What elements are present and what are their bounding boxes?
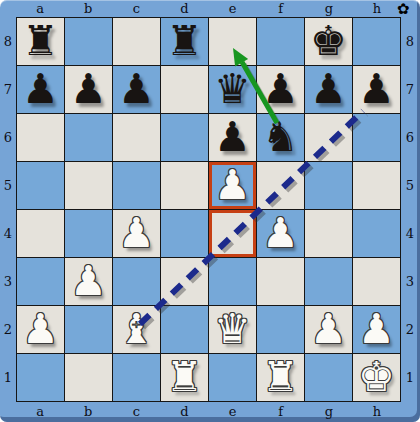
square-h1[interactable]: ♚ — [353, 354, 400, 401]
rank-label-6: 6 — [401, 113, 419, 161]
piece-black-queen: ♛ — [214, 69, 251, 110]
piece-white-pawn: ♟ — [118, 213, 155, 254]
rank-label-8: 8 — [0, 17, 16, 65]
square-c3[interactable] — [113, 258, 160, 305]
square-f1[interactable]: ♜ — [257, 354, 304, 401]
file-label-c: c — [112, 402, 160, 421]
square-a4[interactable] — [17, 210, 64, 257]
square-g7[interactable]: ♟ — [305, 66, 352, 113]
file-labels-top: abcdefgh — [16, 0, 401, 17]
square-b4[interactable] — [65, 210, 112, 257]
square-g5[interactable] — [305, 162, 352, 209]
square-c8[interactable] — [113, 18, 160, 65]
square-e6[interactable]: ♟ — [209, 114, 256, 161]
square-b5[interactable] — [65, 162, 112, 209]
piece-black-rook: ♜ — [166, 21, 203, 62]
rank-labels-left: 87654321 — [0, 17, 16, 402]
square-d7[interactable] — [161, 66, 208, 113]
square-d1[interactable]: ♜ — [161, 354, 208, 401]
file-label-h: h — [353, 402, 401, 421]
square-h2[interactable]: ♟ — [353, 306, 400, 353]
file-label-e: e — [209, 0, 257, 17]
square-f5[interactable] — [257, 162, 304, 209]
rank-label-7: 7 — [401, 65, 419, 113]
file-label-e: e — [209, 402, 257, 421]
square-a7[interactable]: ♟ — [17, 66, 64, 113]
piece-black-pawn: ♟ — [262, 69, 299, 110]
square-g1[interactable] — [305, 354, 352, 401]
rank-label-5: 5 — [0, 161, 16, 209]
square-d6[interactable] — [161, 114, 208, 161]
square-e7[interactable]: ♛ — [209, 66, 256, 113]
square-b1[interactable] — [65, 354, 112, 401]
rank-label-2: 2 — [0, 306, 16, 354]
file-labels-bottom: abcdefgh — [16, 402, 401, 421]
file-label-a: a — [16, 402, 64, 421]
square-h3[interactable] — [353, 258, 400, 305]
chess-board-frame: abcdefgh abcdefgh 87654321 87654321 ✿ ♜♜… — [0, 0, 420, 422]
square-d2[interactable] — [161, 306, 208, 353]
piece-black-pawn: ♟ — [70, 69, 107, 110]
square-e5[interactable]: ♟ — [209, 162, 256, 209]
square-e1[interactable] — [209, 354, 256, 401]
piece-black-king: ♚ — [310, 21, 347, 62]
square-c5[interactable] — [113, 162, 160, 209]
piece-white-rook: ♜ — [166, 357, 203, 398]
square-f4[interactable]: ♟ — [257, 210, 304, 257]
square-f2[interactable] — [257, 306, 304, 353]
square-c4[interactable]: ♟ — [113, 210, 160, 257]
square-a1[interactable] — [17, 354, 64, 401]
rank-label-3: 3 — [401, 258, 419, 306]
rank-label-5: 5 — [401, 161, 419, 209]
rank-label-1: 1 — [0, 354, 16, 402]
square-a2[interactable]: ♟ — [17, 306, 64, 353]
square-a5[interactable] — [17, 162, 64, 209]
piece-white-pawn: ♟ — [214, 165, 251, 206]
square-h4[interactable] — [353, 210, 400, 257]
file-label-f: f — [257, 0, 305, 17]
rank-labels-right: 87654321 — [401, 17, 419, 402]
square-h8[interactable] — [353, 18, 400, 65]
piece-white-pawn: ♟ — [70, 261, 107, 302]
square-c6[interactable] — [113, 114, 160, 161]
rank-label-1: 1 — [401, 354, 419, 402]
file-label-h: h — [353, 0, 401, 17]
piece-white-pawn: ♟ — [262, 213, 299, 254]
piece-black-rook: ♜ — [22, 21, 59, 62]
square-c7[interactable]: ♟ — [113, 66, 160, 113]
rank-label-8: 8 — [401, 17, 419, 65]
square-c2[interactable]: ♝ — [113, 306, 160, 353]
file-label-b: b — [64, 0, 112, 17]
rank-label-4: 4 — [0, 210, 16, 258]
piece-white-king: ♚ — [358, 357, 395, 398]
square-h6[interactable] — [353, 114, 400, 161]
square-g3[interactable] — [305, 258, 352, 305]
file-label-d: d — [160, 0, 208, 17]
square-b8[interactable] — [65, 18, 112, 65]
chess-board: ♜♜♚♟♟♟♛♟♟♟♟♞♟♟♟♟♟♝♛♟♟♜♜♚ — [16, 17, 401, 402]
square-e2[interactable]: ♛ — [209, 306, 256, 353]
piece-black-pawn: ♟ — [214, 117, 251, 158]
file-label-g: g — [305, 402, 353, 421]
rank-label-4: 4 — [401, 210, 419, 258]
file-label-c: c — [112, 0, 160, 17]
rank-label-2: 2 — [401, 306, 419, 354]
square-c1[interactable] — [113, 354, 160, 401]
square-a3[interactable] — [17, 258, 64, 305]
square-f7[interactable]: ♟ — [257, 66, 304, 113]
square-b6[interactable] — [65, 114, 112, 161]
piece-black-knight: ♞ — [262, 117, 299, 158]
square-g4[interactable] — [305, 210, 352, 257]
piece-white-pawn: ♟ — [22, 309, 59, 350]
file-label-a: a — [16, 0, 64, 17]
piece-white-bishop: ♝ — [118, 309, 155, 350]
piece-white-rook: ♜ — [262, 357, 299, 398]
piece-black-pawn: ♟ — [358, 69, 395, 110]
square-f3[interactable] — [257, 258, 304, 305]
file-label-d: d — [160, 402, 208, 421]
square-h7[interactable]: ♟ — [353, 66, 400, 113]
file-label-f: f — [257, 402, 305, 421]
square-e8[interactable] — [209, 18, 256, 65]
square-f8[interactable] — [257, 18, 304, 65]
square-f6[interactable]: ♞ — [257, 114, 304, 161]
piece-black-pawn: ♟ — [310, 69, 347, 110]
piece-white-queen: ♛ — [214, 309, 251, 350]
square-a8[interactable]: ♜ — [17, 18, 64, 65]
square-h5[interactable] — [353, 162, 400, 209]
square-e3[interactable] — [209, 258, 256, 305]
square-b3[interactable]: ♟ — [65, 258, 112, 305]
square-g2[interactable]: ♟ — [305, 306, 352, 353]
file-label-b: b — [64, 402, 112, 421]
rank-label-3: 3 — [0, 258, 16, 306]
square-d5[interactable] — [161, 162, 208, 209]
flower-ornament-icon: ✿ — [397, 2, 410, 17]
square-d8[interactable]: ♜ — [161, 18, 208, 65]
square-a6[interactable] — [17, 114, 64, 161]
square-d4[interactable] — [161, 210, 208, 257]
piece-white-pawn: ♟ — [310, 309, 347, 350]
square-e4[interactable] — [209, 210, 256, 257]
rank-label-6: 6 — [0, 113, 16, 161]
square-b7[interactable]: ♟ — [65, 66, 112, 113]
rank-label-7: 7 — [0, 65, 16, 113]
piece-black-pawn: ♟ — [118, 69, 155, 110]
square-g8[interactable]: ♚ — [305, 18, 352, 65]
piece-white-pawn: ♟ — [358, 309, 395, 350]
file-label-g: g — [305, 0, 353, 17]
square-g6[interactable] — [305, 114, 352, 161]
square-b2[interactable] — [65, 306, 112, 353]
piece-black-pawn: ♟ — [22, 69, 59, 110]
square-d3[interactable] — [161, 258, 208, 305]
